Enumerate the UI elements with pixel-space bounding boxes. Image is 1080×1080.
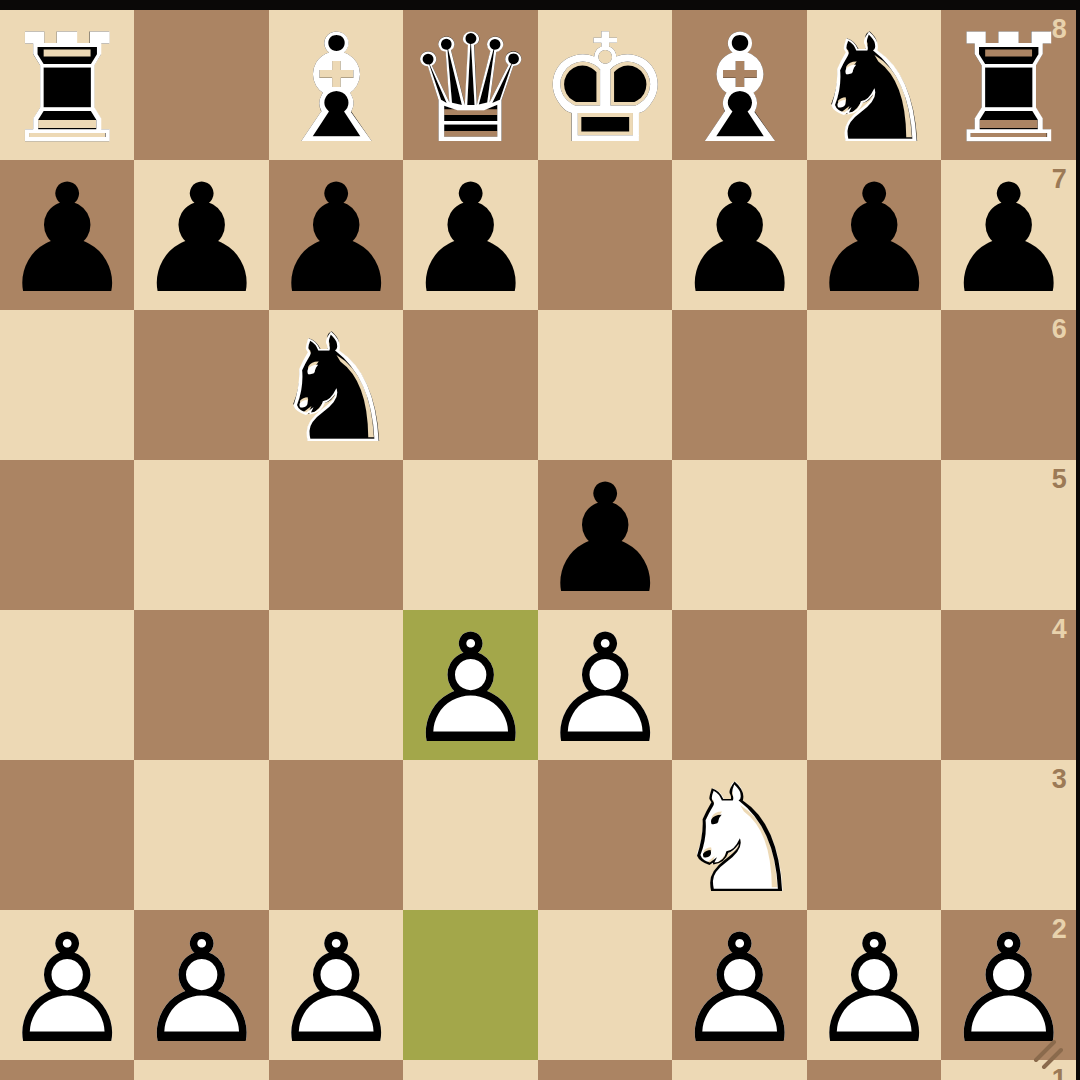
coord-rank-3: 3	[1052, 766, 1067, 793]
square-e2[interactable]	[538, 910, 672, 1060]
square-a4[interactable]	[0, 610, 134, 760]
square-d5[interactable]	[403, 460, 537, 610]
square-h6[interactable]: 6	[941, 310, 1075, 460]
square-e4[interactable]: ♟︎	[538, 610, 672, 760]
coord-rank-7: 7	[1052, 166, 1067, 193]
square-a6[interactable]	[0, 310, 134, 460]
white-knight[interactable]: ♞	[134, 1064, 268, 1080]
square-d2[interactable]	[403, 910, 537, 1060]
coord-rank-8: 8	[1052, 16, 1067, 43]
square-b8[interactable]	[134, 10, 268, 160]
square-b2[interactable]: ♟︎	[134, 910, 268, 1060]
square-d4[interactable]: ♟︎	[403, 610, 537, 760]
square-a5[interactable]	[0, 460, 134, 610]
square-f7[interactable]: ♟︎	[672, 160, 806, 310]
black-pawn[interactable]: ♟︎	[0, 164, 134, 314]
coord-rank-5: 5	[1052, 466, 1067, 493]
white-pawn[interactable]: ♟︎	[672, 914, 806, 1064]
black-pawn[interactable]: ♟︎	[269, 164, 403, 314]
square-e7[interactable]	[538, 160, 672, 310]
coord-rank-4: 4	[1052, 616, 1067, 643]
square-g7[interactable]: ♟︎	[807, 160, 941, 310]
black-pawn[interactable]: ♟︎	[538, 464, 672, 614]
black-pawn[interactable]: ♟︎	[672, 164, 806, 314]
black-knight[interactable]: ♞	[807, 14, 941, 164]
square-h8[interactable]: ♜8	[941, 10, 1075, 160]
square-f6[interactable]	[672, 310, 806, 460]
square-c5[interactable]	[269, 460, 403, 610]
square-b7[interactable]: ♟︎	[134, 160, 268, 310]
black-pawn[interactable]: ♟︎	[403, 164, 537, 314]
square-f4[interactable]	[672, 610, 806, 760]
square-c1[interactable]: ♝c	[269, 1060, 403, 1080]
coord-rank-2: 2	[1052, 916, 1067, 943]
square-g1[interactable]: g	[807, 1060, 941, 1080]
black-pawn[interactable]: ♟︎	[134, 164, 268, 314]
square-e8[interactable]: ♚	[538, 10, 672, 160]
square-g6[interactable]	[807, 310, 941, 460]
square-b6[interactable]	[134, 310, 268, 460]
square-h5[interactable]: 5	[941, 460, 1075, 610]
square-c4[interactable]	[269, 610, 403, 760]
square-e3[interactable]	[538, 760, 672, 910]
black-bishop[interactable]: ♝	[672, 14, 806, 164]
resize-diagonal-lines-icon	[1033, 1039, 1063, 1069]
white-pawn[interactable]: ♟︎	[0, 914, 134, 1064]
white-bishop[interactable]: ♝	[269, 1064, 403, 1080]
white-pawn[interactable]: ♟︎	[807, 914, 941, 1064]
square-d3[interactable]	[403, 760, 537, 910]
square-d7[interactable]: ♟︎	[403, 160, 537, 310]
square-h2[interactable]: ♟︎2	[941, 910, 1075, 1060]
black-king[interactable]: ♚	[538, 14, 672, 164]
black-queen[interactable]: ♛	[403, 14, 537, 164]
black-knight[interactable]: ♞	[269, 314, 403, 464]
square-a3[interactable]	[0, 760, 134, 910]
square-e6[interactable]	[538, 310, 672, 460]
square-f5[interactable]	[672, 460, 806, 610]
square-g4[interactable]	[807, 610, 941, 760]
square-c2[interactable]: ♟︎	[269, 910, 403, 1060]
white-pawn[interactable]: ♟︎	[538, 614, 672, 764]
square-b5[interactable]	[134, 460, 268, 610]
square-g3[interactable]	[807, 760, 941, 910]
white-pawn[interactable]: ♟︎	[134, 914, 268, 1064]
square-h4[interactable]: 4	[941, 610, 1075, 760]
square-a1[interactable]: ♜a	[0, 1060, 134, 1080]
square-b4[interactable]	[134, 610, 268, 760]
square-h7[interactable]: ♟︎7	[941, 160, 1075, 310]
square-f1[interactable]: ♝f	[672, 1060, 806, 1080]
square-d8[interactable]: ♛	[403, 10, 537, 160]
white-pawn[interactable]: ♟︎	[403, 614, 537, 764]
chess-board: ♜♝♛♚♝♞♜8♟︎♟︎♟︎♟︎♟︎♟︎♟︎7♞6♟︎5♟︎♟︎4♞3♟︎♟︎♟…	[0, 10, 1064, 1072]
chess-app-stage: ♜♝♛♚♝♞♜8♟︎♟︎♟︎♟︎♟︎♟︎♟︎7♞6♟︎5♟︎♟︎4♞3♟︎♟︎♟…	[0, 0, 1080, 1080]
square-g2[interactable]: ♟︎	[807, 910, 941, 1060]
white-bishop[interactable]: ♝	[672, 1064, 806, 1080]
black-bishop[interactable]: ♝	[269, 14, 403, 164]
white-knight[interactable]: ♞	[672, 764, 806, 914]
square-g5[interactable]	[807, 460, 941, 610]
square-f3[interactable]: ♞	[672, 760, 806, 910]
black-rook[interactable]: ♜	[0, 14, 134, 164]
square-b1[interactable]: ♞b	[134, 1060, 268, 1080]
square-f2[interactable]: ♟︎	[672, 910, 806, 1060]
square-h3[interactable]: 3	[941, 760, 1075, 910]
square-d6[interactable]	[403, 310, 537, 460]
black-pawn[interactable]: ♟︎	[807, 164, 941, 314]
square-g8[interactable]: ♞	[807, 10, 941, 160]
white-pawn[interactable]: ♟︎	[269, 914, 403, 1064]
square-e5[interactable]: ♟︎	[538, 460, 672, 610]
square-b3[interactable]	[134, 760, 268, 910]
white-rook[interactable]: ♜	[0, 1064, 134, 1080]
square-c3[interactable]	[269, 760, 403, 910]
board-resize-handle-icon[interactable]	[1033, 1039, 1063, 1069]
white-queen[interactable]: ♛	[403, 1064, 537, 1080]
white-king[interactable]: ♚	[538, 1064, 672, 1080]
square-a8[interactable]: ♜	[0, 10, 134, 160]
coord-rank-6: 6	[1052, 316, 1067, 343]
square-e1[interactable]: ♚e	[538, 1060, 672, 1080]
square-c6[interactable]: ♞	[269, 310, 403, 460]
square-d1[interactable]: ♛d	[403, 1060, 537, 1080]
square-a2[interactable]: ♟︎	[0, 910, 134, 1060]
square-a7[interactable]: ♟︎	[0, 160, 134, 310]
square-f8[interactable]: ♝	[672, 10, 806, 160]
square-c8[interactable]: ♝	[269, 10, 403, 160]
square-c7[interactable]: ♟︎	[269, 160, 403, 310]
